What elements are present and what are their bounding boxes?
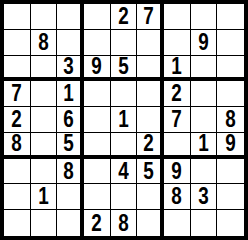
cell-r8c5[interactable] bbox=[111, 184, 138, 210]
cell-r7c6[interactable]: 5 bbox=[137, 159, 164, 185]
given-digit: 1 bbox=[63, 82, 73, 105]
cell-r6c2[interactable] bbox=[31, 133, 58, 159]
cell-r9c2[interactable] bbox=[31, 210, 58, 236]
cell-r3c7[interactable]: 1 bbox=[164, 56, 191, 82]
cell-r1c8[interactable] bbox=[191, 4, 218, 30]
given-digit: 8 bbox=[118, 212, 128, 235]
given-digit: 1 bbox=[198, 133, 208, 155]
cell-r3c2[interactable] bbox=[31, 56, 58, 82]
cell-r3c9[interactable] bbox=[217, 56, 244, 82]
cell-r7c8[interactable] bbox=[191, 159, 218, 185]
given-digit: 5 bbox=[118, 56, 128, 78]
cell-r9c8[interactable] bbox=[191, 210, 218, 236]
cell-r1c4[interactable] bbox=[84, 4, 111, 30]
cell-r1c9[interactable] bbox=[217, 4, 244, 30]
cell-r7c1[interactable] bbox=[4, 159, 31, 185]
cell-r5c5[interactable]: 1 bbox=[111, 107, 138, 133]
cell-r6c8[interactable]: 1 bbox=[191, 133, 218, 159]
cell-r3c3[interactable]: 3 bbox=[57, 56, 84, 82]
given-digit: 1 bbox=[172, 56, 182, 78]
cell-r8c2[interactable]: 1 bbox=[31, 184, 58, 210]
given-digit: 2 bbox=[143, 133, 153, 155]
cell-r5c2[interactable] bbox=[31, 107, 58, 133]
cell-r4c4[interactable] bbox=[84, 81, 111, 107]
cell-r9c1[interactable] bbox=[4, 210, 31, 236]
cell-r3c1[interactable] bbox=[4, 56, 31, 82]
given-digit: 2 bbox=[92, 212, 102, 235]
cell-r7c9[interactable] bbox=[217, 159, 244, 185]
cell-r2c1[interactable] bbox=[4, 30, 31, 56]
cell-r7c4[interactable] bbox=[84, 159, 111, 185]
given-digit: 2 bbox=[12, 108, 22, 131]
given-digit: 3 bbox=[198, 185, 208, 208]
cell-r9c6[interactable] bbox=[137, 210, 164, 236]
cell-r5c9[interactable]: 8 bbox=[217, 107, 244, 133]
cell-r7c3[interactable]: 8 bbox=[57, 159, 84, 185]
cell-r4c2[interactable] bbox=[31, 81, 58, 107]
cell-r6c5[interactable] bbox=[111, 133, 138, 159]
cell-r6c6[interactable]: 2 bbox=[137, 133, 164, 159]
cell-r2c6[interactable] bbox=[137, 30, 164, 56]
given-digit: 8 bbox=[38, 31, 48, 54]
sudoku-board: 278939517122617885219845918328 bbox=[0, 0, 248, 240]
cell-r8c9[interactable] bbox=[217, 184, 244, 210]
given-digit: 9 bbox=[92, 56, 102, 78]
cell-r3c6[interactable] bbox=[137, 56, 164, 82]
given-digit: 7 bbox=[172, 108, 182, 131]
sudoku-page: 278939517122617885219845918328 bbox=[0, 0, 248, 240]
cell-r4c6[interactable] bbox=[137, 81, 164, 107]
given-digit: 6 bbox=[63, 108, 73, 131]
cell-r4c5[interactable] bbox=[111, 81, 138, 107]
given-digit: 3 bbox=[63, 56, 73, 78]
given-digit: 9 bbox=[225, 133, 235, 155]
cell-r3c4[interactable]: 9 bbox=[84, 56, 111, 82]
cell-r5c8[interactable] bbox=[191, 107, 218, 133]
cell-r9c4[interactable]: 2 bbox=[84, 210, 111, 236]
cell-r8c8[interactable]: 3 bbox=[191, 184, 218, 210]
given-digit: 9 bbox=[198, 31, 208, 54]
given-digit: 7 bbox=[12, 82, 22, 105]
cell-r2c7[interactable] bbox=[164, 30, 191, 56]
cell-r4c3[interactable]: 1 bbox=[57, 81, 84, 107]
cell-r8c1[interactable] bbox=[4, 184, 31, 210]
cell-r1c3[interactable] bbox=[57, 4, 84, 30]
cell-r2c5[interactable] bbox=[111, 30, 138, 56]
given-digit: 4 bbox=[118, 160, 128, 183]
given-digit: 5 bbox=[63, 133, 73, 155]
given-digit: 8 bbox=[172, 185, 182, 208]
cell-r5c1[interactable]: 2 bbox=[4, 107, 31, 133]
cell-r2c4[interactable] bbox=[84, 30, 111, 56]
given-digit: 8 bbox=[225, 108, 235, 131]
given-digit: 9 bbox=[172, 160, 182, 183]
cell-r2c9[interactable] bbox=[217, 30, 244, 56]
cell-r1c5[interactable]: 2 bbox=[111, 4, 138, 30]
cell-r4c1[interactable]: 7 bbox=[4, 81, 31, 107]
cell-r9c3[interactable] bbox=[57, 210, 84, 236]
cell-r2c8[interactable]: 9 bbox=[191, 30, 218, 56]
cell-r5c3[interactable]: 6 bbox=[57, 107, 84, 133]
cell-r5c7[interactable]: 7 bbox=[164, 107, 191, 133]
cell-r2c2[interactable]: 8 bbox=[31, 30, 58, 56]
cell-r4c9[interactable] bbox=[217, 81, 244, 107]
given-digit: 8 bbox=[63, 160, 73, 183]
cell-r1c7[interactable] bbox=[164, 4, 191, 30]
cell-r4c7[interactable]: 2 bbox=[164, 81, 191, 107]
cell-r3c8[interactable] bbox=[191, 56, 218, 82]
cell-r1c1[interactable] bbox=[4, 4, 31, 30]
cell-r7c2[interactable] bbox=[31, 159, 58, 185]
cell-r8c6[interactable] bbox=[137, 184, 164, 210]
cell-r7c7[interactable]: 9 bbox=[164, 159, 191, 185]
cell-r8c4[interactable] bbox=[84, 184, 111, 210]
given-digit: 8 bbox=[12, 133, 22, 155]
cell-r2c3[interactable] bbox=[57, 30, 84, 56]
cell-r7c5[interactable]: 4 bbox=[111, 159, 138, 185]
given-digit: 2 bbox=[172, 82, 182, 105]
given-digit: 1 bbox=[38, 185, 48, 208]
cell-r1c2[interactable] bbox=[31, 4, 58, 30]
cell-r8c7[interactable]: 8 bbox=[164, 184, 191, 210]
given-digit: 2 bbox=[118, 5, 128, 28]
cell-r6c9[interactable]: 9 bbox=[217, 133, 244, 159]
cell-r6c3[interactable]: 5 bbox=[57, 133, 84, 159]
cell-r6c1[interactable]: 8 bbox=[4, 133, 31, 159]
given-digit: 1 bbox=[118, 108, 128, 131]
cell-r5c4[interactable] bbox=[84, 107, 111, 133]
cell-r9c7[interactable] bbox=[164, 210, 191, 236]
cell-r6c7[interactable] bbox=[164, 133, 191, 159]
given-digit: 7 bbox=[143, 5, 153, 28]
cell-r9c9[interactable] bbox=[217, 210, 244, 236]
cell-r9c5[interactable]: 8 bbox=[111, 210, 138, 236]
cell-r4c8[interactable] bbox=[191, 81, 218, 107]
cell-r3c5[interactable]: 5 bbox=[111, 56, 138, 82]
cell-r8c3[interactable] bbox=[57, 184, 84, 210]
cell-r5c6[interactable] bbox=[137, 107, 164, 133]
cell-r6c4[interactable] bbox=[84, 133, 111, 159]
given-digit: 5 bbox=[143, 160, 153, 183]
cell-r1c6[interactable]: 7 bbox=[137, 4, 164, 30]
